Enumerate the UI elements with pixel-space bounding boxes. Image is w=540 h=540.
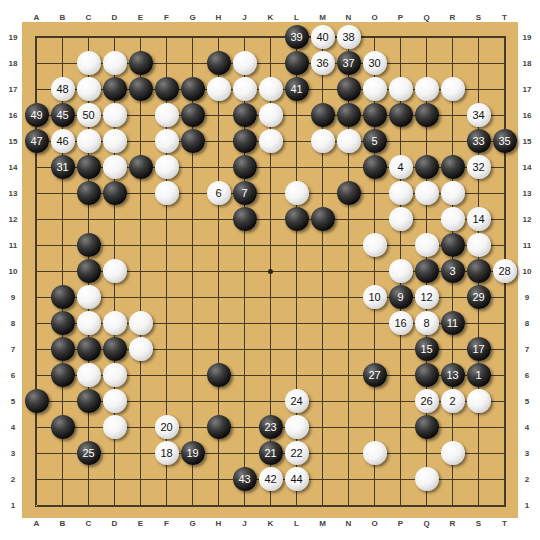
stone-L13[interactable]	[285, 181, 309, 205]
col-label-bottom: L	[289, 518, 305, 528]
stone-G16[interactable]	[181, 103, 205, 127]
col-label-bottom: E	[133, 518, 149, 528]
col-label-top: P	[393, 12, 409, 22]
stone-P14[interactable]: 4	[389, 155, 413, 179]
col-label-bottom: D	[107, 518, 123, 528]
col-label-bottom: N	[341, 518, 357, 528]
col-label-top: M	[315, 12, 331, 22]
move-number: 30	[368, 58, 380, 69]
row-label-right: 1	[519, 500, 535, 510]
col-label-bottom: B	[55, 518, 71, 528]
stone-B14[interactable]: 31	[51, 155, 75, 179]
stone-K3[interactable]: 21	[259, 441, 283, 465]
stone-C15[interactable]	[77, 129, 101, 153]
row-label-right: 10	[519, 266, 535, 276]
move-number: 39	[290, 32, 302, 43]
stone-J17[interactable]	[233, 77, 257, 101]
stone-H13[interactable]: 6	[207, 181, 231, 205]
row-label-right: 12	[519, 214, 535, 224]
col-label-top: N	[341, 12, 357, 22]
col-label-top: Q	[419, 12, 435, 22]
stone-M16[interactable]	[311, 103, 335, 127]
col-label-top: F	[159, 12, 175, 22]
col-label-bottom: H	[211, 518, 227, 528]
col-label-top: D	[107, 12, 123, 22]
move-number: 20	[160, 422, 172, 433]
row-label-right: 17	[519, 84, 535, 94]
col-label-bottom: T	[497, 518, 513, 528]
move-number: 19	[186, 448, 198, 459]
stone-F13[interactable]	[155, 181, 179, 205]
stone-F14[interactable]	[155, 155, 179, 179]
row-label-left: 12	[5, 214, 21, 224]
row-label-right: 6	[519, 370, 535, 380]
move-number: 49	[30, 110, 42, 121]
stone-S10[interactable]	[467, 259, 491, 283]
stone-E17[interactable]	[129, 77, 153, 101]
move-number: 44	[290, 474, 302, 485]
stone-B8[interactable]	[51, 311, 75, 335]
row-label-right: 16	[519, 110, 535, 120]
stone-J15[interactable]	[233, 129, 257, 153]
stone-D18[interactable]	[103, 51, 127, 75]
row-label-right: 11	[519, 240, 535, 250]
move-number: 1	[475, 370, 481, 381]
row-label-left: 5	[5, 396, 21, 406]
stone-B17[interactable]: 48	[51, 77, 75, 101]
move-number: 41	[290, 84, 302, 95]
stone-R17[interactable]	[441, 77, 465, 101]
move-number: 3	[449, 266, 455, 277]
col-label-top: O	[367, 12, 383, 22]
row-label-right: 13	[519, 188, 535, 198]
stone-S14[interactable]: 32	[467, 155, 491, 179]
stone-O15[interactable]: 5	[363, 129, 387, 153]
move-number: 32	[472, 162, 484, 173]
stone-T10[interactable]: 28	[493, 259, 517, 283]
stone-O3[interactable]	[363, 441, 387, 465]
row-label-left: 18	[5, 58, 21, 68]
col-label-bottom: P	[393, 518, 409, 528]
stone-A5[interactable]	[25, 389, 49, 413]
col-label-bottom: C	[81, 518, 97, 528]
stone-B16[interactable]: 45	[51, 103, 75, 127]
move-number: 42	[264, 474, 276, 485]
stone-D5[interactable]	[103, 389, 127, 413]
stone-P16[interactable]	[389, 103, 413, 127]
move-number: 47	[30, 136, 42, 147]
stone-F3[interactable]: 18	[155, 441, 179, 465]
stone-T15[interactable]: 35	[493, 129, 517, 153]
stone-O9[interactable]: 10	[363, 285, 387, 309]
stone-K17[interactable]	[259, 77, 283, 101]
row-label-right: 4	[519, 422, 535, 432]
row-label-right: 15	[519, 136, 535, 146]
stone-K15[interactable]	[259, 129, 283, 153]
stone-M19[interactable]: 40	[311, 25, 335, 49]
row-label-right: 2	[519, 474, 535, 484]
move-number: 17	[472, 344, 484, 355]
move-number: 27	[368, 370, 380, 381]
col-label-bottom: J	[237, 518, 253, 528]
stone-N13[interactable]	[337, 181, 361, 205]
stone-M12[interactable]	[311, 207, 335, 231]
stone-J2[interactable]: 43	[233, 467, 257, 491]
stone-L17[interactable]: 41	[285, 77, 309, 101]
col-label-top: R	[445, 12, 461, 22]
stone-P13[interactable]	[389, 181, 413, 205]
stone-L5[interactable]: 24	[285, 389, 309, 413]
stone-S6[interactable]: 1	[467, 363, 491, 387]
stone-L2[interactable]: 44	[285, 467, 309, 491]
move-number: 48	[56, 84, 68, 95]
stone-C17[interactable]	[77, 77, 101, 101]
stone-Q14[interactable]	[415, 155, 439, 179]
stone-C10[interactable]	[77, 259, 101, 283]
stone-D16[interactable]	[103, 103, 127, 127]
star-point	[268, 269, 273, 274]
stone-C13[interactable]	[77, 181, 101, 205]
stone-Q9[interactable]: 12	[415, 285, 439, 309]
stone-E18[interactable]	[129, 51, 153, 75]
row-label-right: 3	[519, 448, 535, 458]
stone-Q4[interactable]	[415, 415, 439, 439]
col-label-top: T	[497, 12, 513, 22]
move-number: 29	[472, 292, 484, 303]
col-label-bottom: K	[263, 518, 279, 528]
row-label-left: 8	[5, 318, 21, 328]
stone-L4[interactable]	[285, 415, 309, 439]
row-label-right: 9	[519, 292, 535, 302]
stone-O17[interactable]	[363, 77, 387, 101]
move-number: 37	[342, 58, 354, 69]
stone-H6[interactable]	[207, 363, 231, 387]
stone-R3[interactable]	[441, 441, 465, 465]
stone-H18[interactable]	[207, 51, 231, 75]
stone-D17[interactable]	[103, 77, 127, 101]
stone-A16[interactable]: 49	[25, 103, 49, 127]
move-number: 45	[56, 110, 68, 121]
move-number: 28	[498, 266, 510, 277]
row-label-left: 1	[5, 500, 21, 510]
stone-M15[interactable]	[311, 129, 335, 153]
move-number: 11	[447, 318, 458, 329]
row-label-right: 8	[519, 318, 535, 328]
row-label-left: 11	[5, 240, 21, 250]
col-label-top: G	[185, 12, 201, 22]
row-label-left: 2	[5, 474, 21, 484]
stone-S5[interactable]	[467, 389, 491, 413]
move-number: 50	[82, 110, 94, 121]
stone-Q6[interactable]	[415, 363, 439, 387]
stone-Q13[interactable]	[415, 181, 439, 205]
stone-D14[interactable]	[103, 155, 127, 179]
row-label-left: 16	[5, 110, 21, 120]
stone-F4[interactable]: 20	[155, 415, 179, 439]
stone-F17[interactable]	[155, 77, 179, 101]
stone-R10[interactable]: 3	[441, 259, 465, 283]
stone-O11[interactable]	[363, 233, 387, 257]
stone-Q8[interactable]: 8	[415, 311, 439, 335]
move-number: 8	[423, 318, 429, 329]
stone-N19[interactable]: 38	[337, 25, 361, 49]
move-number: 2	[449, 396, 455, 407]
col-label-top: J	[237, 12, 253, 22]
move-number: 9	[397, 292, 403, 303]
stone-C7[interactable]	[77, 337, 101, 361]
col-label-top: H	[211, 12, 227, 22]
stone-C5[interactable]	[77, 389, 101, 413]
row-label-right: 19	[519, 32, 535, 42]
stone-S16[interactable]: 34	[467, 103, 491, 127]
stone-G3[interactable]: 19	[181, 441, 205, 465]
move-number: 5	[371, 136, 377, 147]
stone-K16[interactable]	[259, 103, 283, 127]
stone-C6[interactable]	[77, 363, 101, 387]
move-number: 31	[56, 162, 68, 173]
stone-S11[interactable]	[467, 233, 491, 257]
stone-C3[interactable]: 25	[77, 441, 101, 465]
move-number: 34	[472, 110, 484, 121]
stone-J14[interactable]	[233, 155, 257, 179]
stone-M18[interactable]: 36	[311, 51, 335, 75]
col-label-bottom: O	[367, 518, 383, 528]
move-number: 33	[472, 136, 484, 147]
stone-N17[interactable]	[337, 77, 361, 101]
stone-F16[interactable]	[155, 103, 179, 127]
stone-C16[interactable]: 50	[77, 103, 101, 127]
row-label-right: 18	[519, 58, 535, 68]
stone-O18[interactable]: 30	[363, 51, 387, 75]
row-label-left: 9	[5, 292, 21, 302]
stone-Q17[interactable]	[415, 77, 439, 101]
stone-P9[interactable]: 9	[389, 285, 413, 309]
stone-B6[interactable]	[51, 363, 75, 387]
stone-N15[interactable]	[337, 129, 361, 153]
row-label-right: 5	[519, 396, 535, 406]
stone-R5[interactable]: 2	[441, 389, 465, 413]
col-label-top: B	[55, 12, 71, 22]
stone-R12[interactable]	[441, 207, 465, 231]
stone-E7[interactable]	[129, 337, 153, 361]
stone-O14[interactable]	[363, 155, 387, 179]
stone-O6[interactable]: 27	[363, 363, 387, 387]
stone-P10[interactable]	[389, 259, 413, 283]
stone-J16[interactable]	[233, 103, 257, 127]
move-number: 14	[472, 214, 484, 225]
stone-G15[interactable]	[181, 129, 205, 153]
stone-H4[interactable]	[207, 415, 231, 439]
stone-B15[interactable]: 46	[51, 129, 75, 153]
stone-Q7[interactable]: 15	[415, 337, 439, 361]
stone-P17[interactable]	[389, 77, 413, 101]
stone-D8[interactable]	[103, 311, 127, 335]
move-number: 15	[420, 344, 432, 355]
col-label-bottom: A	[29, 518, 45, 528]
stone-B4[interactable]	[51, 415, 75, 439]
move-number: 13	[446, 370, 458, 381]
col-label-top: L	[289, 12, 305, 22]
move-number: 24	[290, 396, 302, 407]
stone-D6[interactable]	[103, 363, 127, 387]
move-number: 36	[316, 58, 328, 69]
stone-J12[interactable]	[233, 207, 257, 231]
stone-D10[interactable]	[103, 259, 127, 283]
move-number: 12	[420, 292, 432, 303]
row-label-left: 6	[5, 370, 21, 380]
move-number: 4	[397, 162, 403, 173]
stone-B9[interactable]	[51, 285, 75, 309]
stone-F15[interactable]	[155, 129, 179, 153]
stone-C18[interactable]	[77, 51, 101, 75]
move-number: 23	[264, 422, 276, 433]
stone-S12[interactable]: 14	[467, 207, 491, 231]
row-label-left: 4	[5, 422, 21, 432]
stone-L18[interactable]	[285, 51, 309, 75]
move-number: 26	[420, 396, 432, 407]
row-label-left: 19	[5, 32, 21, 42]
stone-H17[interactable]	[207, 77, 231, 101]
col-label-top: E	[133, 12, 149, 22]
stone-Q11[interactable]	[415, 233, 439, 257]
move-number: 38	[342, 32, 354, 43]
stone-Q2[interactable]	[415, 467, 439, 491]
stone-L3[interactable]: 22	[285, 441, 309, 465]
stone-D13[interactable]	[103, 181, 127, 205]
stone-E14[interactable]	[129, 155, 153, 179]
move-number: 10	[368, 292, 380, 303]
col-label-bottom: G	[185, 518, 201, 528]
stone-C9[interactable]	[77, 285, 101, 309]
col-label-top: A	[29, 12, 45, 22]
row-label-right: 14	[519, 162, 535, 172]
stone-P8[interactable]: 16	[389, 311, 413, 335]
stone-C14[interactable]	[77, 155, 101, 179]
stone-O16[interactable]	[363, 103, 387, 127]
row-label-right: 7	[519, 344, 535, 354]
col-label-top: C	[81, 12, 97, 22]
stone-S7[interactable]: 17	[467, 337, 491, 361]
go-board[interactable]: AABBCCDDEEFFGGHHJJKKLLMMNNOOPPQQRRSSTT19…	[0, 0, 540, 540]
col-label-bottom: R	[445, 518, 461, 528]
stone-R11[interactable]	[441, 233, 465, 257]
col-label-bottom: S	[471, 518, 487, 528]
stone-L12[interactable]	[285, 207, 309, 231]
stone-D15[interactable]	[103, 129, 127, 153]
move-number: 22	[290, 448, 302, 459]
move-number: 7	[241, 188, 247, 199]
move-number: 35	[498, 136, 510, 147]
stone-C11[interactable]	[77, 233, 101, 257]
move-number: 46	[56, 136, 68, 147]
stone-C8[interactable]	[77, 311, 101, 335]
move-number: 25	[82, 448, 94, 459]
stone-N16[interactable]	[337, 103, 361, 127]
stone-D4[interactable]	[103, 415, 127, 439]
stone-J13[interactable]: 7	[233, 181, 257, 205]
row-label-left: 13	[5, 188, 21, 198]
stone-L19[interactable]: 39	[285, 25, 309, 49]
row-label-left: 14	[5, 162, 21, 172]
move-number: 43	[238, 474, 250, 485]
col-label-bottom: M	[315, 518, 331, 528]
row-label-left: 7	[5, 344, 21, 354]
stone-Q5[interactable]: 26	[415, 389, 439, 413]
stone-R13[interactable]	[441, 181, 465, 205]
stone-K4[interactable]: 23	[259, 415, 283, 439]
move-number: 40	[316, 32, 328, 43]
row-label-left: 15	[5, 136, 21, 146]
stone-E8[interactable]	[129, 311, 153, 335]
stone-S15[interactable]: 33	[467, 129, 491, 153]
stone-S9[interactable]: 29	[467, 285, 491, 309]
stone-Q16[interactable]	[415, 103, 439, 127]
row-label-left: 10	[5, 266, 21, 276]
stone-B7[interactable]	[51, 337, 75, 361]
stone-J18[interactable]	[233, 51, 257, 75]
move-number: 21	[264, 448, 276, 459]
stone-D7[interactable]	[103, 337, 127, 361]
row-label-left: 17	[5, 84, 21, 94]
row-label-left: 3	[5, 448, 21, 458]
stone-P12[interactable]	[389, 207, 413, 231]
stone-G17[interactable]	[181, 77, 205, 101]
col-label-bottom: F	[159, 518, 175, 528]
stone-R14[interactable]	[441, 155, 465, 179]
move-number: 6	[215, 188, 221, 199]
col-label-top: S	[471, 12, 487, 22]
stone-K2[interactable]: 42	[259, 467, 283, 491]
col-label-top: K	[263, 12, 279, 22]
stone-A15[interactable]: 47	[25, 129, 49, 153]
move-number: 16	[394, 318, 406, 329]
col-label-bottom: Q	[419, 518, 435, 528]
stone-R6[interactable]: 13	[441, 363, 465, 387]
stone-Q10[interactable]	[415, 259, 439, 283]
stone-R8[interactable]: 11	[441, 311, 465, 335]
move-number: 18	[160, 448, 172, 459]
stone-N18[interactable]: 37	[337, 51, 361, 75]
